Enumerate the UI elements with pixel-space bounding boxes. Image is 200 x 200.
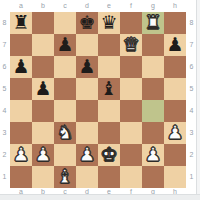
square-g2[interactable]: ♟ [142, 144, 164, 166]
square-e7[interactable] [98, 34, 120, 56]
rank-label-right-1: 1 [187, 166, 196, 188]
chess-board: ♜♚♛♜♟♛♟♟♟♟♝♞♟♟♟♟♚♟♝ [10, 12, 186, 188]
square-d7[interactable] [76, 34, 98, 56]
rank-label-right-7: 7 [187, 34, 196, 56]
piece-black-pawn-d6[interactable]: ♟ [76, 56, 98, 78]
square-d3[interactable] [76, 122, 98, 144]
rank-label-left-8: 8 [0, 12, 9, 34]
square-f2[interactable] [120, 144, 142, 166]
square-c1[interactable]: ♝ [54, 166, 76, 188]
square-b5[interactable]: ♟ [32, 78, 54, 100]
piece-white-pawn-g2[interactable]: ♟ [142, 144, 164, 166]
piece-black-king-d8[interactable]: ♚ [76, 12, 98, 34]
square-f7[interactable]: ♛ [120, 34, 142, 56]
card-bottom-edge [0, 194, 200, 200]
square-g7[interactable] [142, 34, 164, 56]
file-label-top-a: a [10, 2, 32, 10]
square-d6[interactable]: ♟ [76, 56, 98, 78]
piece-black-queen-e8[interactable]: ♛ [98, 12, 120, 34]
file-label-top-e: e [98, 2, 120, 10]
square-f5[interactable] [120, 78, 142, 100]
square-g6[interactable] [142, 56, 164, 78]
square-b4[interactable] [32, 100, 54, 122]
square-h8[interactable] [164, 12, 186, 34]
file-label-top-d: d [76, 2, 98, 10]
square-a3[interactable] [10, 122, 32, 144]
square-d8[interactable]: ♚ [76, 12, 98, 34]
square-e6[interactable] [98, 56, 120, 78]
file-label-top-b: b [32, 2, 54, 10]
piece-white-pawn-a2[interactable]: ♟ [10, 144, 32, 166]
square-e4[interactable] [98, 100, 120, 122]
rank-label-left-3: 3 [0, 122, 9, 144]
square-d1[interactable] [76, 166, 98, 188]
square-d4[interactable] [76, 100, 98, 122]
piece-white-queen-f7[interactable]: ♛ [120, 34, 142, 56]
piece-white-pawn-b2[interactable]: ♟ [32, 144, 54, 166]
rank-label-right-8: 8 [187, 12, 196, 34]
piece-black-bishop-e5[interactable]: ♝ [98, 78, 120, 100]
square-c5[interactable] [54, 78, 76, 100]
square-g4[interactable] [142, 100, 164, 122]
square-h7[interactable]: ♟ [164, 34, 186, 56]
rank-label-left-6: 6 [0, 56, 9, 78]
square-h2[interactable] [164, 144, 186, 166]
rank-label-left-7: 7 [0, 34, 9, 56]
square-c8[interactable] [54, 12, 76, 34]
rank-label-right-5: 5 [187, 78, 196, 100]
square-a6[interactable]: ♟ [10, 56, 32, 78]
square-c4[interactable] [54, 100, 76, 122]
square-h1[interactable] [164, 166, 186, 188]
square-f3[interactable] [120, 122, 142, 144]
file-label-top-f: f [120, 2, 142, 10]
square-c3[interactable]: ♞ [54, 122, 76, 144]
square-a1[interactable] [10, 166, 32, 188]
chess-app-card: ♜♚♛♜♟♛♟♟♟♟♝♞♟♟♟♟♚♟♝ aabbccddeeffgghh8877… [0, 0, 200, 200]
piece-black-pawn-c7[interactable]: ♟ [54, 34, 76, 56]
square-b8[interactable] [32, 12, 54, 34]
square-g5[interactable] [142, 78, 164, 100]
piece-black-pawn-a6[interactable]: ♟ [10, 56, 32, 78]
piece-black-pawn-b5[interactable]: ♟ [32, 78, 54, 100]
piece-black-rook-a8[interactable]: ♜ [10, 12, 32, 34]
square-b7[interactable] [32, 34, 54, 56]
square-b2[interactable]: ♟ [32, 144, 54, 166]
square-e8[interactable]: ♛ [98, 12, 120, 34]
square-h6[interactable] [164, 56, 186, 78]
square-a5[interactable] [10, 78, 32, 100]
piece-white-knight-c3[interactable]: ♞ [54, 122, 76, 144]
square-g8[interactable]: ♜ [142, 12, 164, 34]
square-b3[interactable] [32, 122, 54, 144]
piece-white-pawn-h3[interactable]: ♟ [164, 122, 186, 144]
square-h4[interactable] [164, 100, 186, 122]
square-d2[interactable]: ♟ [76, 144, 98, 166]
rank-label-right-4: 4 [187, 100, 196, 122]
square-g3[interactable] [142, 122, 164, 144]
square-d5[interactable] [76, 78, 98, 100]
square-f4[interactable] [120, 100, 142, 122]
piece-black-pawn-h7[interactable]: ♟ [164, 34, 186, 56]
rank-label-left-5: 5 [0, 78, 9, 100]
piece-white-bishop-c1[interactable]: ♝ [54, 166, 76, 188]
square-c2[interactable] [54, 144, 76, 166]
square-g1[interactable] [142, 166, 164, 188]
rank-label-right-2: 2 [187, 144, 196, 166]
rank-label-right-6: 6 [187, 56, 196, 78]
square-e5[interactable]: ♝ [98, 78, 120, 100]
square-b6[interactable] [32, 56, 54, 78]
square-c7[interactable]: ♟ [54, 34, 76, 56]
piece-white-pawn-d2[interactable]: ♟ [76, 144, 98, 166]
square-c6[interactable] [54, 56, 76, 78]
rank-label-right-3: 3 [187, 122, 196, 144]
square-e2[interactable]: ♚ [98, 144, 120, 166]
square-e1[interactable] [98, 166, 120, 188]
file-label-top-g: g [142, 2, 164, 10]
square-a2[interactable]: ♟ [10, 144, 32, 166]
square-f8[interactable] [120, 12, 142, 34]
square-h5[interactable] [164, 78, 186, 100]
square-a8[interactable]: ♜ [10, 12, 32, 34]
square-f1[interactable] [120, 166, 142, 188]
square-e3[interactable] [98, 122, 120, 144]
rank-label-left-2: 2 [0, 144, 9, 166]
square-b1[interactable] [32, 166, 54, 188]
square-h3[interactable]: ♟ [164, 122, 186, 144]
piece-white-king-e2[interactable]: ♚ [98, 144, 120, 166]
rank-label-left-1: 1 [0, 166, 9, 188]
card-right-edge [196, 0, 200, 200]
file-label-top-h: h [164, 2, 186, 10]
file-label-top-c: c [54, 2, 76, 10]
square-f6[interactable] [120, 56, 142, 78]
square-a4[interactable] [10, 100, 32, 122]
piece-white-rook-g8[interactable]: ♜ [142, 12, 164, 34]
rank-label-left-4: 4 [0, 100, 9, 122]
square-a7[interactable] [10, 34, 32, 56]
